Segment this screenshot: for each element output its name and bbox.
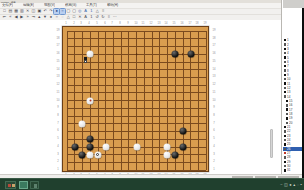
tree-node-label: 5	[287, 56, 289, 59]
fwd-icon[interactable]: ▶	[19, 15, 24, 20]
coord-label-right: 10	[212, 98, 215, 101]
grid-line-v	[159, 31, 160, 170]
tray-icon-3[interactable]: ●	[289, 183, 291, 187]
coord-label-top: 4	[88, 21, 90, 24]
screen-edge	[302, 8, 304, 178]
system-tray: −◫●▴◌▪	[280, 179, 302, 190]
white-stone-4-17[interactable]	[87, 151, 94, 158]
triangle-icon[interactable]: △	[95, 9, 100, 14]
undo-icon[interactable]: ↶	[43, 9, 48, 14]
grid-line-v	[152, 31, 153, 170]
white-stone-5-17[interactable]	[94, 151, 101, 158]
coord-label-top: 9	[127, 21, 129, 24]
coord-label-top: 10	[134, 21, 137, 24]
tray-icon-1[interactable]: −	[280, 183, 282, 187]
tree-panel-header	[283, 0, 304, 8]
move-tree-panel[interactable]: 1234567891011121314151617181920212223242…	[283, 8, 302, 174]
coord-label-right: 17	[212, 44, 215, 47]
reddot-mark	[89, 100, 91, 102]
grid-line-h	[67, 116, 206, 117]
coord-label-right: 13	[212, 75, 215, 78]
tree-node-label: 2	[287, 43, 289, 46]
coord-label-left: 5	[57, 137, 59, 140]
black-stone-16-14[interactable]	[179, 128, 186, 135]
coord-label-right: 15	[212, 60, 215, 63]
white-stone-10-16[interactable]	[133, 143, 140, 150]
rotate-l-icon[interactable]: ↺	[95, 15, 100, 20]
white-stone-3-13[interactable]	[79, 120, 86, 127]
coord-label-top: 19	[203, 21, 206, 24]
coord-label-right: 6	[213, 129, 215, 132]
copy-icon[interactable]: ◫	[31, 9, 36, 14]
white-stone-4-10[interactable]	[87, 97, 94, 104]
tray-icon-5[interactable]: ◌	[297, 183, 299, 187]
tree-node-label: 17	[289, 108, 292, 111]
coord-label-right: 14	[212, 67, 215, 70]
stone-cursor-icon	[84, 57, 88, 64]
tree-node-label: 31	[287, 169, 290, 172]
tree-node-label: 14	[287, 95, 290, 98]
tree-node-label: 16	[289, 104, 292, 107]
tray-icon-4[interactable]: ▴	[293, 183, 295, 187]
star-point	[136, 53, 138, 55]
tree-node-label: 25	[287, 143, 290, 146]
back-icon[interactable]: ◀	[14, 15, 19, 20]
coord-label-top: 7	[112, 21, 114, 24]
tree-node-label: 3	[287, 47, 289, 50]
frame1-icon[interactable]: ▢	[66, 9, 71, 14]
coord-label-top: 18	[196, 21, 199, 24]
rotate-r-icon[interactable]: ↻	[101, 15, 106, 20]
tree-node-label: 6	[287, 60, 289, 63]
coord-label-top: 1	[65, 21, 67, 24]
coord-label-top: 16	[180, 21, 183, 24]
zoom-icon[interactable]: ◎	[77, 9, 82, 14]
black-stone-2-16[interactable]	[71, 143, 78, 150]
coord-label-left: 9	[57, 106, 59, 109]
coord-label-top: 2	[73, 21, 75, 24]
coord-label-right: 3	[213, 152, 215, 155]
tree-node-label: 23	[287, 134, 290, 137]
coord-label-top: 17	[188, 21, 191, 24]
star-point	[182, 100, 184, 102]
menu-item-2[interactable]: 编辑(E)	[23, 3, 34, 8]
coord-label-top: 8	[119, 21, 121, 24]
tree-node-label: 10	[287, 78, 290, 81]
coord-label-right: 4	[213, 144, 215, 147]
coord-label-left: 18	[56, 36, 59, 39]
black-stone-4-16[interactable]	[87, 143, 94, 150]
tree-node-label: 7	[287, 65, 289, 68]
scrollbar-thumb[interactable]	[270, 129, 273, 158]
task-item-2[interactable]	[30, 181, 39, 190]
grid-line-h	[67, 108, 206, 109]
tree-node-label: 12	[287, 86, 290, 89]
tri-mark-icon[interactable]: △	[66, 15, 71, 20]
goban[interactable]	[62, 26, 209, 172]
white-stone-icon[interactable]: ○	[54, 15, 59, 20]
tree-node-label: 19	[289, 117, 292, 120]
tree-node-label: 28	[287, 156, 290, 159]
info-icon[interactable]: ≡	[101, 9, 106, 14]
paste-icon[interactable]: ▣	[37, 9, 42, 14]
coord-label-right: 7	[213, 121, 215, 124]
sq-mark-icon[interactable]: □	[72, 15, 77, 20]
coord-label-left: 11	[56, 90, 59, 93]
star-point	[136, 100, 138, 102]
coord-label-left: 2	[57, 160, 59, 163]
tray-icon-6[interactable]: ▪	[301, 183, 302, 187]
cursor-bottom	[84, 60, 87, 63]
coord-label-left: 14	[56, 67, 59, 70]
menu-item-1[interactable]: 文件(F)	[2, 3, 13, 8]
letter-icon[interactable]: A	[83, 9, 88, 14]
coord-label-left: 4	[57, 144, 59, 147]
white-stone-14-17[interactable]	[164, 151, 171, 158]
grid-line-h	[67, 162, 206, 163]
grid-line-v	[144, 31, 145, 170]
tree-node-label: 21	[287, 126, 290, 129]
tree-node-label: 30	[287, 165, 290, 168]
coord-label-left: 8	[57, 114, 59, 117]
white-stone-4-4[interactable]	[87, 51, 94, 58]
redo-icon[interactable]: ↷	[48, 9, 53, 14]
coord-label-left: 13	[56, 75, 59, 78]
coord-label-right: 12	[212, 83, 215, 86]
coord-label-left: 16	[56, 52, 59, 55]
menu-item-3[interactable]: 视图(V)	[44, 3, 55, 8]
coord-label-right: 2	[213, 160, 215, 163]
edit-mode-icon[interactable]: ●	[54, 9, 59, 14]
tree-node-label: 1	[287, 39, 289, 42]
coord-label-right: 8	[213, 114, 215, 117]
grid-line-v	[198, 31, 199, 170]
tree-node-label: 20	[289, 121, 292, 124]
coord-label-left: 10	[56, 98, 59, 101]
cut-icon[interactable]: ✕	[25, 9, 30, 14]
down-icon[interactable]: ▼	[43, 15, 48, 20]
coord-label-right: 19	[212, 29, 215, 32]
grid-line-h	[67, 170, 206, 171]
white-stone-6-16[interactable]	[102, 143, 109, 150]
coord-label-left: 3	[57, 152, 59, 155]
white-stone-14-16[interactable]	[164, 143, 171, 150]
black-stone-4-15[interactable]	[87, 136, 94, 143]
tree-node-label: 22	[287, 130, 290, 133]
tree-node-label: 26	[287, 147, 290, 150]
coord-label-right: 1	[213, 168, 215, 171]
tree-node-label: 29	[287, 160, 290, 163]
os-taskbar: −◫●▴◌▪	[0, 178, 304, 190]
start-logo-icon-2	[12, 184, 15, 187]
tree-node-label: 8	[287, 69, 289, 72]
start-logo-icon	[8, 184, 11, 187]
more-icon[interactable]: ⋯	[112, 15, 117, 20]
app-window: MultiGo - 棋谱 文件(F)编辑(E)视图(V)棋局(G)工具(T)帮助…	[0, 0, 304, 190]
board-workspace: 1234567891011121314151617181912345678910…	[0, 20, 282, 174]
coord-label-left: 15	[56, 60, 59, 63]
black-stone-17-4[interactable]	[187, 51, 194, 58]
mark-mode-icon[interactable]: ○	[60, 9, 65, 14]
erase-icon[interactable]: ◌	[60, 15, 65, 20]
coord-label-right: 16	[212, 52, 215, 55]
grid-line-h	[67, 123, 206, 124]
tree-node-label: 4	[287, 52, 289, 55]
black-stone-16-16[interactable]	[179, 143, 186, 150]
new-icon[interactable]: □	[2, 9, 7, 14]
coord-label-top: 13	[157, 21, 160, 24]
tree-node-label: 24	[287, 139, 290, 142]
coord-label-left: 19	[56, 29, 59, 32]
coord-label-top: 14	[165, 21, 168, 24]
panel-splitter[interactable]	[281, 0, 282, 178]
menu-item-4[interactable]: 棋局(G)	[65, 3, 76, 8]
up-icon[interactable]: ▲	[37, 15, 42, 20]
task-icon	[34, 184, 38, 188]
tree-icon[interactable]: ≡	[106, 15, 111, 20]
grid-line-v	[206, 31, 207, 170]
coord-label-right: 5	[213, 137, 215, 140]
coord-label-top: 11	[142, 21, 145, 24]
tray-icon-2[interactable]: ◫	[284, 183, 288, 187]
black-stone-15-17[interactable]	[172, 151, 179, 158]
coord-label-right: 9	[213, 106, 215, 109]
black-stone-icon[interactable]: ●	[48, 15, 53, 20]
tree-node-label: 11	[287, 82, 290, 85]
tree-node-label: 27	[287, 152, 290, 155]
black-stone-15-4[interactable]	[172, 51, 179, 58]
coord-label-top: 3	[81, 21, 83, 24]
task-item-active[interactable]	[19, 181, 28, 190]
menu-item-6[interactable]: 帮助(H)	[107, 3, 118, 8]
coord-label-right: 11	[213, 90, 216, 93]
x-mark-icon[interactable]: ✕	[77, 15, 82, 20]
first-icon[interactable]: ⇤	[2, 15, 7, 20]
back10-icon[interactable]: «	[8, 15, 13, 20]
coord-label-left: 1	[57, 168, 59, 171]
tree-node-label: 13	[287, 91, 290, 94]
coord-label-left: 17	[56, 44, 59, 47]
coord-label-left: 6	[57, 129, 59, 132]
coord-label-right: 18	[212, 36, 215, 39]
star-point	[182, 53, 184, 55]
black-stone-3-17[interactable]	[79, 151, 86, 158]
number-icon[interactable]: 1	[89, 9, 94, 14]
last-icon[interactable]: ⇥	[31, 15, 36, 20]
tree-node-label: 9	[287, 73, 289, 76]
coord-label-top: 5	[96, 21, 98, 24]
coord-label-left: 7	[57, 121, 59, 124]
lbl-1-icon[interactable]: 1	[89, 15, 94, 20]
coord-label-top: 12	[149, 21, 152, 24]
coord-label-top: 6	[104, 21, 106, 24]
frame2-icon[interactable]: ▢	[72, 9, 77, 14]
ring-mark	[96, 153, 99, 156]
start-button[interactable]	[5, 181, 16, 190]
open-icon[interactable]: ▤	[8, 9, 13, 14]
coord-label-left: 12	[56, 83, 59, 86]
save-icon[interactable]: ▦	[14, 9, 19, 14]
tree-node-31[interactable]: 31	[283, 168, 302, 172]
lbl-a-icon[interactable]: A	[83, 15, 88, 20]
print-icon[interactable]: ▥	[19, 9, 24, 14]
tree-node-label: 15	[289, 99, 292, 102]
coord-label-top: 15	[173, 21, 176, 24]
menu-item-5[interactable]: 工具(T)	[86, 3, 97, 8]
fwd10-icon[interactable]: »	[25, 15, 30, 20]
tree-node-label: 18	[289, 113, 292, 116]
